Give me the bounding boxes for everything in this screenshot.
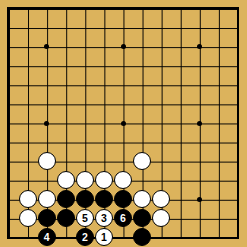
black-stone[interactable] [133,228,151,246]
white-stone-move-5[interactable]: 5 [76,209,94,227]
black-stone[interactable] [133,209,151,227]
white-stone-move-3[interactable]: 3 [95,209,113,227]
hoshi-point [197,121,202,126]
black-stone-move-4[interactable]: 4 [38,228,56,246]
hoshi-point [197,197,202,202]
black-stone[interactable] [38,209,56,227]
black-stone[interactable] [76,190,94,208]
white-stone[interactable] [19,209,37,227]
white-stone[interactable] [57,171,75,189]
white-stone[interactable] [95,171,113,189]
white-stone[interactable] [19,190,37,208]
white-stone[interactable] [38,190,56,208]
black-stone[interactable] [57,209,75,227]
black-stone[interactable] [95,190,113,208]
black-stone[interactable] [57,190,75,208]
white-stone[interactable] [133,190,151,208]
white-stone[interactable] [38,152,56,170]
black-stone-move-6[interactable]: 6 [114,209,132,227]
hoshi-point [197,44,202,49]
go-board[interactable]: 536421 [0,0,247,247]
stones-layer: 536421 [0,0,247,247]
white-stone[interactable] [152,209,170,227]
hoshi-point [121,44,126,49]
white-stone[interactable] [152,190,170,208]
black-stone-move-2[interactable]: 2 [76,228,94,246]
move-number-label: 5 [82,213,88,224]
hoshi-point [44,121,49,126]
move-number-label: 1 [101,232,107,243]
move-number-label: 6 [120,213,126,224]
hoshi-point [121,121,126,126]
move-number-label: 3 [101,213,107,224]
black-stone[interactable] [114,190,132,208]
white-stone-move-1[interactable]: 1 [95,228,113,246]
move-number-label: 4 [44,232,50,243]
move-number-label: 2 [82,232,88,243]
white-stone[interactable] [114,171,132,189]
hoshi-point [44,44,49,49]
white-stone[interactable] [133,152,151,170]
white-stone[interactable] [76,171,94,189]
